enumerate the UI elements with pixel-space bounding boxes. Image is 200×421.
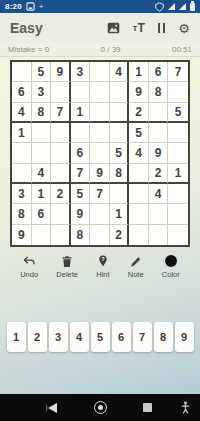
- cell-r2c8[interactable]: 8: [149, 82, 169, 102]
- cell-r1c4[interactable]: 3: [71, 62, 91, 82]
- cell-r7c5[interactable]: 7: [90, 184, 110, 204]
- cell-r5c1[interactable]: [12, 143, 32, 163]
- trash-icon: [61, 254, 73, 268]
- cell-r4c3[interactable]: [51, 123, 71, 143]
- cell-r5c9[interactable]: [168, 143, 188, 163]
- cell-r2c9[interactable]: [168, 82, 188, 102]
- cell-r7c6[interactable]: [110, 184, 130, 204]
- cell-r6c2[interactable]: 4: [32, 164, 52, 184]
- cell-r9c3[interactable]: [51, 225, 71, 245]
- numpad-button-1[interactable]: 1: [7, 322, 26, 352]
- note-button[interactable]: Note: [128, 254, 144, 279]
- cell-r6c7[interactable]: [129, 164, 149, 184]
- numpad-button-3[interactable]: 3: [49, 322, 68, 352]
- cell-r6c4[interactable]: 7: [71, 164, 91, 184]
- delete-label: Delete: [56, 270, 78, 279]
- cell-r8c3[interactable]: [51, 204, 71, 224]
- cell-r5c7[interactable]: 4: [129, 143, 149, 163]
- cell-r9c1[interactable]: 9: [12, 225, 32, 245]
- mistake-counter: Mistake = 0: [8, 45, 49, 54]
- cell-r6c6[interactable]: 8: [110, 164, 130, 184]
- pause-icon: [158, 23, 166, 33]
- accessibility-icon[interactable]: [180, 401, 191, 414]
- cell-r1c2[interactable]: 5: [32, 62, 52, 82]
- cell-r5c4[interactable]: 6: [71, 143, 91, 163]
- color-label: Color: [162, 270, 180, 279]
- numpad-button-2[interactable]: 2: [28, 322, 47, 352]
- difficulty-title: Easy: [10, 20, 94, 36]
- cell-r4c5[interactable]: [90, 123, 110, 143]
- cell-r4c6[interactable]: [110, 123, 130, 143]
- cell-r2c4[interactable]: [71, 82, 91, 102]
- cell-r7c7[interactable]: [129, 184, 149, 204]
- undo-icon: [22, 254, 36, 268]
- cell-r4c2[interactable]: [32, 123, 52, 143]
- note-label: Note: [128, 270, 144, 279]
- number-pad: 123456789: [7, 322, 194, 352]
- home-icon[interactable]: [94, 401, 107, 414]
- cell-r1c1[interactable]: [12, 62, 32, 82]
- cell-r1c6[interactable]: 4: [110, 62, 130, 82]
- cell-r4c4[interactable]: [71, 123, 91, 143]
- font-size-button[interactable]: TT: [133, 20, 145, 36]
- cell-r7c9[interactable]: [168, 184, 188, 204]
- cell-r5c5[interactable]: [90, 143, 110, 163]
- cell-r5c6[interactable]: 5: [110, 143, 130, 163]
- cell-r8c7[interactable]: [129, 204, 149, 224]
- undo-label: Undo: [20, 270, 38, 279]
- cell-r2c6[interactable]: [110, 82, 130, 102]
- numpad-button-7[interactable]: 7: [133, 322, 152, 352]
- cell-r3c3[interactable]: 7: [51, 103, 71, 123]
- app-bar: Easy TT ⚙: [0, 13, 200, 43]
- cell-r9c8[interactable]: [149, 225, 169, 245]
- pause-button[interactable]: [158, 20, 166, 36]
- cell-r3c9[interactable]: 5: [168, 103, 188, 123]
- clock-time: 8:20: [5, 2, 22, 11]
- numpad-button-6[interactable]: 6: [112, 322, 131, 352]
- cell-r7c2[interactable]: 1: [32, 184, 52, 204]
- cell-r8c6[interactable]: 1: [110, 204, 130, 224]
- signal-sim2-icon: [179, 3, 186, 10]
- cell-r6c5[interactable]: 9: [90, 164, 110, 184]
- hint-pin-icon: ?: [97, 254, 109, 268]
- cell-r2c2[interactable]: 3: [32, 82, 52, 102]
- cell-r8c2[interactable]: 6: [32, 204, 52, 224]
- game-area: 5934167639848712515654947982131257486919…: [0, 57, 200, 394]
- cell-r6c9[interactable]: 1: [168, 164, 188, 184]
- numpad-button-5[interactable]: 5: [91, 322, 110, 352]
- android-nav-bar: [0, 394, 200, 421]
- cell-r6c3[interactable]: [51, 164, 71, 184]
- cell-r3c6[interactable]: [110, 103, 130, 123]
- cell-r1c5[interactable]: [90, 62, 110, 82]
- cell-r3c5[interactable]: [90, 103, 110, 123]
- color-button[interactable]: Color: [162, 254, 180, 279]
- cell-r4c8[interactable]: [149, 123, 169, 143]
- cell-r1c9[interactable]: 7: [168, 62, 188, 82]
- cell-r6c8[interactable]: 2: [149, 164, 169, 184]
- toolbar: Undo Delete ? Hint Note: [2, 254, 198, 279]
- cell-r8c9[interactable]: [168, 204, 188, 224]
- cell-r5c8[interactable]: 9: [149, 143, 169, 163]
- cell-r1c3[interactable]: 9: [51, 62, 71, 82]
- back-icon[interactable]: [46, 403, 57, 413]
- gear-icon: ⚙: [178, 22, 190, 35]
- hint-button[interactable]: ? Hint: [96, 254, 109, 279]
- settings-button[interactable]: ⚙: [178, 20, 190, 36]
- cell-r3c1[interactable]: 4: [12, 103, 32, 123]
- info-bar: Mistake = 0 0 / 39 00:51: [0, 43, 200, 57]
- cell-r9c2[interactable]: [32, 225, 52, 245]
- cell-r4c7[interactable]: 5: [129, 123, 149, 143]
- cell-r8c8[interactable]: [149, 204, 169, 224]
- recents-icon[interactable]: [143, 403, 152, 412]
- status-bar: 8:20 +: [0, 0, 200, 13]
- pencil-icon: [129, 254, 142, 268]
- cell-r8c1[interactable]: 8: [12, 204, 32, 224]
- cell-r2c5[interactable]: [90, 82, 110, 102]
- battery-icon: [190, 3, 195, 11]
- cell-r3c8[interactable]: [149, 103, 169, 123]
- cell-r2c1[interactable]: 6: [12, 82, 32, 102]
- cell-r6c1[interactable]: [12, 164, 32, 184]
- cell-r4c1[interactable]: 1: [12, 123, 32, 143]
- numpad-button-9[interactable]: 9: [175, 322, 194, 352]
- cell-r8c5[interactable]: [90, 204, 110, 224]
- color-circle-icon: [165, 254, 177, 268]
- cell-r1c7[interactable]: 1: [129, 62, 149, 82]
- cell-r7c8[interactable]: 4: [149, 184, 169, 204]
- cell-r3c4[interactable]: 1: [71, 103, 91, 123]
- sudoku-app: 8:20 + Easy TT ⚙: [0, 0, 200, 421]
- image-icon: [107, 22, 120, 34]
- shield-icon: [155, 2, 164, 12]
- cell-r9c6[interactable]: 2: [110, 225, 130, 245]
- theme-image-button[interactable]: [107, 20, 120, 36]
- cell-r7c3[interactable]: 2: [51, 184, 71, 204]
- cell-r8c4[interactable]: 9: [71, 204, 91, 224]
- cell-r5c2[interactable]: [32, 143, 52, 163]
- screenshot-icon: [26, 2, 35, 11]
- progress-counter: 0 / 39: [101, 45, 121, 54]
- svg-text:?: ?: [101, 256, 105, 262]
- cell-r9c5[interactable]: [90, 225, 110, 245]
- cell-r9c7[interactable]: [129, 225, 149, 245]
- cell-r2c3[interactable]: [51, 82, 71, 102]
- cell-r1c8[interactable]: 6: [149, 62, 169, 82]
- cell-r2c7[interactable]: 9: [129, 82, 149, 102]
- cell-r7c4[interactable]: 5: [71, 184, 91, 204]
- sudoku-board: 5934167639848712515654947982131257486919…: [10, 60, 190, 247]
- numpad-button-4[interactable]: 4: [70, 322, 89, 352]
- undo-button[interactable]: Undo: [20, 254, 38, 279]
- cell-r9c9[interactable]: [168, 225, 188, 245]
- cell-r3c7[interactable]: 2: [129, 103, 149, 123]
- delete-button[interactable]: Delete: [56, 254, 78, 279]
- plus-icon: +: [39, 3, 44, 11]
- numpad-button-8[interactable]: 8: [154, 322, 173, 352]
- cell-r7c1[interactable]: 3: [12, 184, 32, 204]
- hint-label: Hint: [96, 270, 109, 279]
- signal-sim1-icon: [168, 3, 175, 10]
- cell-r4c9[interactable]: [168, 123, 188, 143]
- cell-r5c3[interactable]: [51, 143, 71, 163]
- cell-r9c4[interactable]: 8: [71, 225, 91, 245]
- font-size-icon: TT: [133, 22, 145, 34]
- timer: 00:51: [172, 45, 192, 54]
- cell-r3c2[interactable]: 8: [32, 103, 52, 123]
